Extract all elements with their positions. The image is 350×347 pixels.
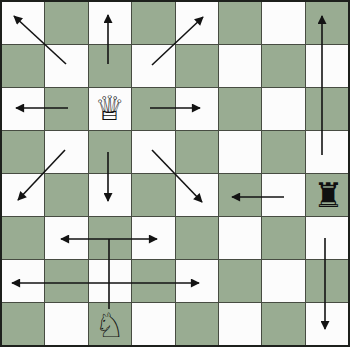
square-h8 bbox=[306, 2, 348, 44]
square-d6 bbox=[132, 88, 174, 130]
square-c5 bbox=[89, 131, 131, 173]
square-g5 bbox=[262, 131, 304, 173]
square-c2 bbox=[89, 260, 131, 302]
square-g7 bbox=[262, 45, 304, 87]
square-c4 bbox=[89, 174, 131, 216]
square-a8 bbox=[2, 2, 44, 44]
square-h2 bbox=[306, 260, 348, 302]
white-queen: ♕ bbox=[88, 87, 132, 130]
square-f5 bbox=[219, 131, 261, 173]
square-d1 bbox=[132, 303, 174, 345]
square-h6 bbox=[306, 88, 348, 130]
square-b2 bbox=[45, 260, 87, 302]
square-d5 bbox=[132, 131, 174, 173]
square-e4 bbox=[176, 174, 218, 216]
square-f8 bbox=[219, 2, 261, 44]
square-f1 bbox=[219, 303, 261, 345]
square-e3 bbox=[176, 217, 218, 259]
square-b5 bbox=[45, 131, 87, 173]
square-h1 bbox=[306, 303, 348, 345]
square-h3 bbox=[306, 217, 348, 259]
square-a7 bbox=[2, 45, 44, 87]
square-b6 bbox=[45, 88, 87, 130]
square-g3 bbox=[262, 217, 304, 259]
square-b4 bbox=[45, 174, 87, 216]
chess-board bbox=[0, 0, 350, 347]
square-g6 bbox=[262, 88, 304, 130]
square-e5 bbox=[176, 131, 218, 173]
square-g1 bbox=[262, 303, 304, 345]
black-rook: ♜ bbox=[306, 174, 350, 217]
square-e1 bbox=[176, 303, 218, 345]
square-c7 bbox=[89, 45, 131, 87]
square-d2 bbox=[132, 260, 174, 302]
square-a6 bbox=[2, 88, 44, 130]
square-a5 bbox=[2, 131, 44, 173]
square-b7 bbox=[45, 45, 87, 87]
square-d3 bbox=[132, 217, 174, 259]
square-g2 bbox=[262, 260, 304, 302]
square-e6 bbox=[176, 88, 218, 130]
square-h7 bbox=[306, 45, 348, 87]
square-h5 bbox=[306, 131, 348, 173]
square-g4 bbox=[262, 174, 304, 216]
square-b3 bbox=[45, 217, 87, 259]
square-f4 bbox=[219, 174, 261, 216]
square-e2 bbox=[176, 260, 218, 302]
square-g8 bbox=[262, 2, 304, 44]
square-a4 bbox=[2, 174, 44, 216]
square-f6 bbox=[219, 88, 261, 130]
square-d8 bbox=[132, 2, 174, 44]
square-b8 bbox=[45, 2, 87, 44]
square-a1 bbox=[2, 303, 44, 345]
square-e8 bbox=[176, 2, 218, 44]
square-c8 bbox=[89, 2, 131, 44]
chess-movement-diagram: ♕♜♘ bbox=[0, 0, 350, 347]
square-e7 bbox=[176, 45, 218, 87]
square-f2 bbox=[219, 260, 261, 302]
square-d4 bbox=[132, 174, 174, 216]
white-knight: ♘ bbox=[88, 304, 132, 347]
square-b1 bbox=[45, 303, 87, 345]
square-f3 bbox=[219, 217, 261, 259]
square-a3 bbox=[2, 217, 44, 259]
square-c3 bbox=[89, 217, 131, 259]
square-a2 bbox=[2, 260, 44, 302]
square-f7 bbox=[219, 45, 261, 87]
square-d7 bbox=[132, 45, 174, 87]
